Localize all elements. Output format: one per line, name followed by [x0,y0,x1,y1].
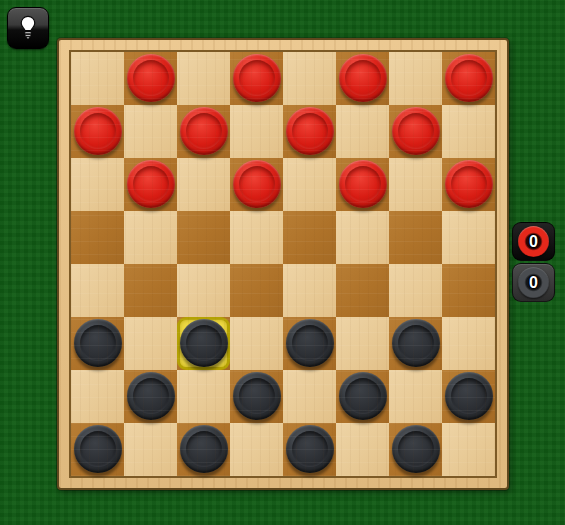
black-piece[interactable] [286,319,334,367]
square-r2c4 [283,158,336,211]
square-r6c2 [177,370,230,423]
square-r1c6[interactable] [389,105,442,158]
square-r1c5 [336,105,389,158]
red-piece[interactable] [127,160,175,208]
red-score-value: 0 [529,234,538,250]
piece-inner-ring [186,325,222,361]
square-r6c6 [389,370,442,423]
piece-inner-ring [80,431,116,467]
square-r3c5 [336,211,389,264]
square-r0c0 [71,52,124,105]
piece-inner-ring [451,378,487,414]
square-r3c6[interactable] [389,211,442,264]
square-r1c7 [442,105,495,158]
black-piece[interactable] [180,425,228,473]
square-r2c1[interactable] [124,158,177,211]
square-r0c7[interactable] [442,52,495,105]
square-r7c7 [442,423,495,476]
piece-inner-ring [133,166,169,202]
piece-inner-ring [133,60,169,96]
black-piece[interactable] [180,319,228,367]
piece-inner-ring [451,60,487,96]
square-r4c5[interactable] [336,264,389,317]
black-score-badge: 0 [512,263,555,302]
red-piece[interactable] [339,54,387,102]
black-piece[interactable] [392,425,440,473]
square-r1c0[interactable] [71,105,124,158]
square-r2c6 [389,158,442,211]
red-piece[interactable] [286,107,334,155]
square-r2c5[interactable] [336,158,389,211]
black-piece[interactable] [127,372,175,420]
square-r5c0[interactable] [71,317,124,370]
square-r6c1[interactable] [124,370,177,423]
square-r5c2[interactable] [177,317,230,370]
square-r3c2[interactable] [177,211,230,264]
square-r2c3[interactable] [230,158,283,211]
black-piece[interactable] [392,319,440,367]
piece-inner-ring [345,166,381,202]
red-piece[interactable] [74,107,122,155]
square-r7c1 [124,423,177,476]
red-piece[interactable] [233,54,281,102]
square-r2c2 [177,158,230,211]
square-r5c6[interactable] [389,317,442,370]
red-piece[interactable] [127,54,175,102]
square-r0c4 [283,52,336,105]
square-r3c3 [230,211,283,264]
square-r6c4 [283,370,336,423]
checkers-board [57,38,509,490]
square-r5c5 [336,317,389,370]
red-piece[interactable] [392,107,440,155]
square-r4c7[interactable] [442,264,495,317]
square-r0c2 [177,52,230,105]
piece-inner-ring [133,378,169,414]
square-r2c0 [71,158,124,211]
piece-inner-ring [239,166,275,202]
black-piece[interactable] [339,372,387,420]
red-piece[interactable] [445,160,493,208]
red-score-badge: 0 [512,222,555,261]
square-r6c7[interactable] [442,370,495,423]
black-piece[interactable] [233,372,281,420]
square-r7c4[interactable] [283,423,336,476]
red-checker-icon: 0 [518,226,549,257]
square-r5c7 [442,317,495,370]
piece-inner-ring [239,60,275,96]
game-table: { "game": "checkers", "window": { "width… [0,0,565,525]
square-r4c2 [177,264,230,317]
square-r3c4[interactable] [283,211,336,264]
black-piece[interactable] [445,372,493,420]
square-r3c1 [124,211,177,264]
piece-inner-ring [451,166,487,202]
black-piece[interactable] [286,425,334,473]
square-r7c0[interactable] [71,423,124,476]
piece-inner-ring [398,325,434,361]
light-bulb-icon [15,14,41,42]
square-r5c3 [230,317,283,370]
square-r1c3 [230,105,283,158]
piece-inner-ring [398,113,434,149]
square-r3c7 [442,211,495,264]
square-r4c1[interactable] [124,264,177,317]
square-r6c3[interactable] [230,370,283,423]
square-r5c1 [124,317,177,370]
black-piece[interactable] [74,425,122,473]
square-r7c5 [336,423,389,476]
piece-inner-ring [398,431,434,467]
square-r5c4[interactable] [283,317,336,370]
square-r1c4[interactable] [283,105,336,158]
square-r1c1 [124,105,177,158]
square-r1c2[interactable] [177,105,230,158]
black-score-value: 0 [529,275,538,291]
board-grid [69,50,497,478]
piece-inner-ring [292,325,328,361]
square-r2c7[interactable] [442,158,495,211]
square-r7c2[interactable] [177,423,230,476]
piece-inner-ring [239,378,275,414]
piece-inner-ring [186,113,222,149]
red-piece[interactable] [339,160,387,208]
square-r4c3[interactable] [230,264,283,317]
square-r4c0 [71,264,124,317]
piece-inner-ring [80,325,116,361]
square-r3c0[interactable] [71,211,124,264]
piece-inner-ring [186,431,222,467]
black-piece[interactable] [74,319,122,367]
square-r6c5[interactable] [336,370,389,423]
square-r0c1[interactable] [124,52,177,105]
square-r4c6 [389,264,442,317]
black-checker-icon: 0 [518,267,549,298]
square-r7c6[interactable] [389,423,442,476]
square-r7c3 [230,423,283,476]
piece-inner-ring [345,60,381,96]
hint-button[interactable] [7,7,49,49]
square-r6c0 [71,370,124,423]
square-r4c4 [283,264,336,317]
square-r0c3[interactable] [230,52,283,105]
red-piece[interactable] [233,160,281,208]
score-panel: 0 0 [512,222,555,302]
piece-inner-ring [80,113,116,149]
square-r0c6 [389,52,442,105]
red-piece[interactable] [445,54,493,102]
square-r0c5[interactable] [336,52,389,105]
red-piece[interactable] [180,107,228,155]
piece-inner-ring [292,113,328,149]
piece-inner-ring [292,431,328,467]
piece-inner-ring [345,378,381,414]
